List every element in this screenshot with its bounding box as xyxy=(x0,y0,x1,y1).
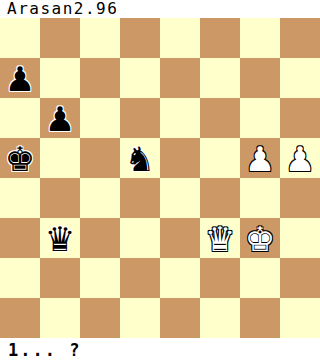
square-d5[interactable]: ♞ xyxy=(120,138,160,178)
square-h7[interactable] xyxy=(280,58,320,98)
square-c1[interactable] xyxy=(80,298,120,338)
square-g3[interactable]: ♚ xyxy=(240,218,280,258)
square-d7[interactable] xyxy=(120,58,160,98)
square-h1[interactable] xyxy=(280,298,320,338)
square-a3[interactable] xyxy=(0,218,40,258)
square-f6[interactable] xyxy=(200,98,240,138)
square-c4[interactable] xyxy=(80,178,120,218)
square-d1[interactable] xyxy=(120,298,160,338)
black-knight[interactable]: ♞ xyxy=(125,142,155,176)
square-f3[interactable]: ♛ xyxy=(200,218,240,258)
square-g4[interactable] xyxy=(240,178,280,218)
square-h4[interactable] xyxy=(280,178,320,218)
square-e1[interactable] xyxy=(160,298,200,338)
square-c5[interactable] xyxy=(80,138,120,178)
move-prompt: 1... ? xyxy=(0,338,320,360)
square-a7[interactable]: ♟ xyxy=(0,58,40,98)
black-queen[interactable]: ♛ xyxy=(45,222,75,256)
square-f7[interactable] xyxy=(200,58,240,98)
square-g6[interactable] xyxy=(240,98,280,138)
square-b2[interactable] xyxy=(40,258,80,298)
square-g1[interactable] xyxy=(240,298,280,338)
square-a4[interactable] xyxy=(0,178,40,218)
square-e8[interactable] xyxy=(160,18,200,58)
square-a5[interactable]: ♚ xyxy=(0,138,40,178)
white-pawn[interactable]: ♟ xyxy=(285,142,315,176)
square-c7[interactable] xyxy=(80,58,120,98)
square-b7[interactable] xyxy=(40,58,80,98)
white-king[interactable]: ♚ xyxy=(245,222,275,256)
square-d6[interactable] xyxy=(120,98,160,138)
square-d2[interactable] xyxy=(120,258,160,298)
square-c3[interactable] xyxy=(80,218,120,258)
square-c2[interactable] xyxy=(80,258,120,298)
square-c8[interactable] xyxy=(80,18,120,58)
square-a1[interactable] xyxy=(0,298,40,338)
square-b1[interactable] xyxy=(40,298,80,338)
square-b5[interactable] xyxy=(40,138,80,178)
square-e5[interactable] xyxy=(160,138,200,178)
square-h8[interactable] xyxy=(280,18,320,58)
square-f2[interactable] xyxy=(200,258,240,298)
square-a6[interactable] xyxy=(0,98,40,138)
square-a8[interactable] xyxy=(0,18,40,58)
white-pawn[interactable]: ♟ xyxy=(245,142,275,176)
square-b3[interactable]: ♛ xyxy=(40,218,80,258)
chess-board: ♟♟♚♞♟♟♛♛♚ xyxy=(0,18,320,338)
square-g7[interactable] xyxy=(240,58,280,98)
square-g5[interactable]: ♟ xyxy=(240,138,280,178)
square-d3[interactable] xyxy=(120,218,160,258)
square-b8[interactable] xyxy=(40,18,80,58)
square-d4[interactable] xyxy=(120,178,160,218)
square-h2[interactable] xyxy=(280,258,320,298)
square-b4[interactable] xyxy=(40,178,80,218)
square-e2[interactable] xyxy=(160,258,200,298)
square-f8[interactable] xyxy=(200,18,240,58)
square-f4[interactable] xyxy=(200,178,240,218)
square-h6[interactable] xyxy=(280,98,320,138)
square-h5[interactable]: ♟ xyxy=(280,138,320,178)
square-d8[interactable] xyxy=(120,18,160,58)
square-c6[interactable] xyxy=(80,98,120,138)
black-pawn[interactable]: ♟ xyxy=(45,102,75,136)
square-g2[interactable] xyxy=(240,258,280,298)
black-pawn[interactable]: ♟ xyxy=(5,62,35,96)
black-king[interactable]: ♚ xyxy=(5,142,35,176)
square-g8[interactable] xyxy=(240,18,280,58)
white-queen[interactable]: ♛ xyxy=(205,222,235,256)
square-e7[interactable] xyxy=(160,58,200,98)
square-b6[interactable]: ♟ xyxy=(40,98,80,138)
square-f1[interactable] xyxy=(200,298,240,338)
square-h3[interactable] xyxy=(280,218,320,258)
square-e3[interactable] xyxy=(160,218,200,258)
square-f5[interactable] xyxy=(200,138,240,178)
square-a2[interactable] xyxy=(0,258,40,298)
square-e6[interactable] xyxy=(160,98,200,138)
window-title: Arasan2.96 xyxy=(0,0,320,18)
square-e4[interactable] xyxy=(160,178,200,218)
